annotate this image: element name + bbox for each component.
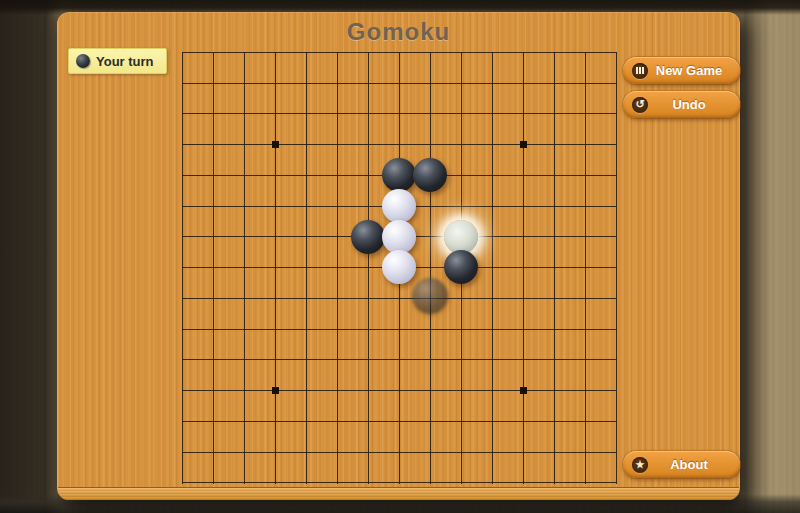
stone-black <box>351 220 385 254</box>
star-point <box>272 387 279 394</box>
about-button[interactable]: ★ About <box>623 451 740 478</box>
status-badge: Your turn <box>68 48 167 74</box>
stone-white <box>444 220 478 254</box>
stone-white <box>382 220 416 254</box>
star-point <box>520 141 527 148</box>
stone-black <box>412 278 448 314</box>
undo-label: Undo <box>648 97 740 112</box>
stone-white <box>382 250 416 284</box>
stone-black <box>382 158 416 192</box>
about-label: About <box>648 457 740 472</box>
star-point <box>520 387 527 394</box>
page-title: Gomoku <box>57 18 740 46</box>
black-stone-icon <box>76 54 90 68</box>
new-game-icon <box>632 63 648 79</box>
game-panel: Gomoku Your turn New Game ↺ Undo ★ About <box>57 12 740 500</box>
status-label: Your turn <box>96 54 154 69</box>
board[interactable] <box>182 52 617 484</box>
star-icon: ★ <box>636 460 645 470</box>
star-point <box>272 141 279 148</box>
stone-black <box>444 250 478 284</box>
about-icon: ★ <box>632 457 648 473</box>
panel-bottom-bevel <box>58 487 739 500</box>
stone-black <box>413 158 447 192</box>
new-game-button[interactable]: New Game <box>623 57 740 84</box>
stone-white <box>382 189 416 223</box>
undo-button[interactable]: ↺ Undo <box>623 91 740 118</box>
undo-arrow-icon: ↺ <box>635 99 644 110</box>
new-game-label: New Game <box>648 63 740 78</box>
undo-icon: ↺ <box>632 97 648 113</box>
grid-bars-icon <box>636 67 644 74</box>
app-background: Gomoku Your turn New Game ↺ Undo ★ About <box>0 0 800 513</box>
